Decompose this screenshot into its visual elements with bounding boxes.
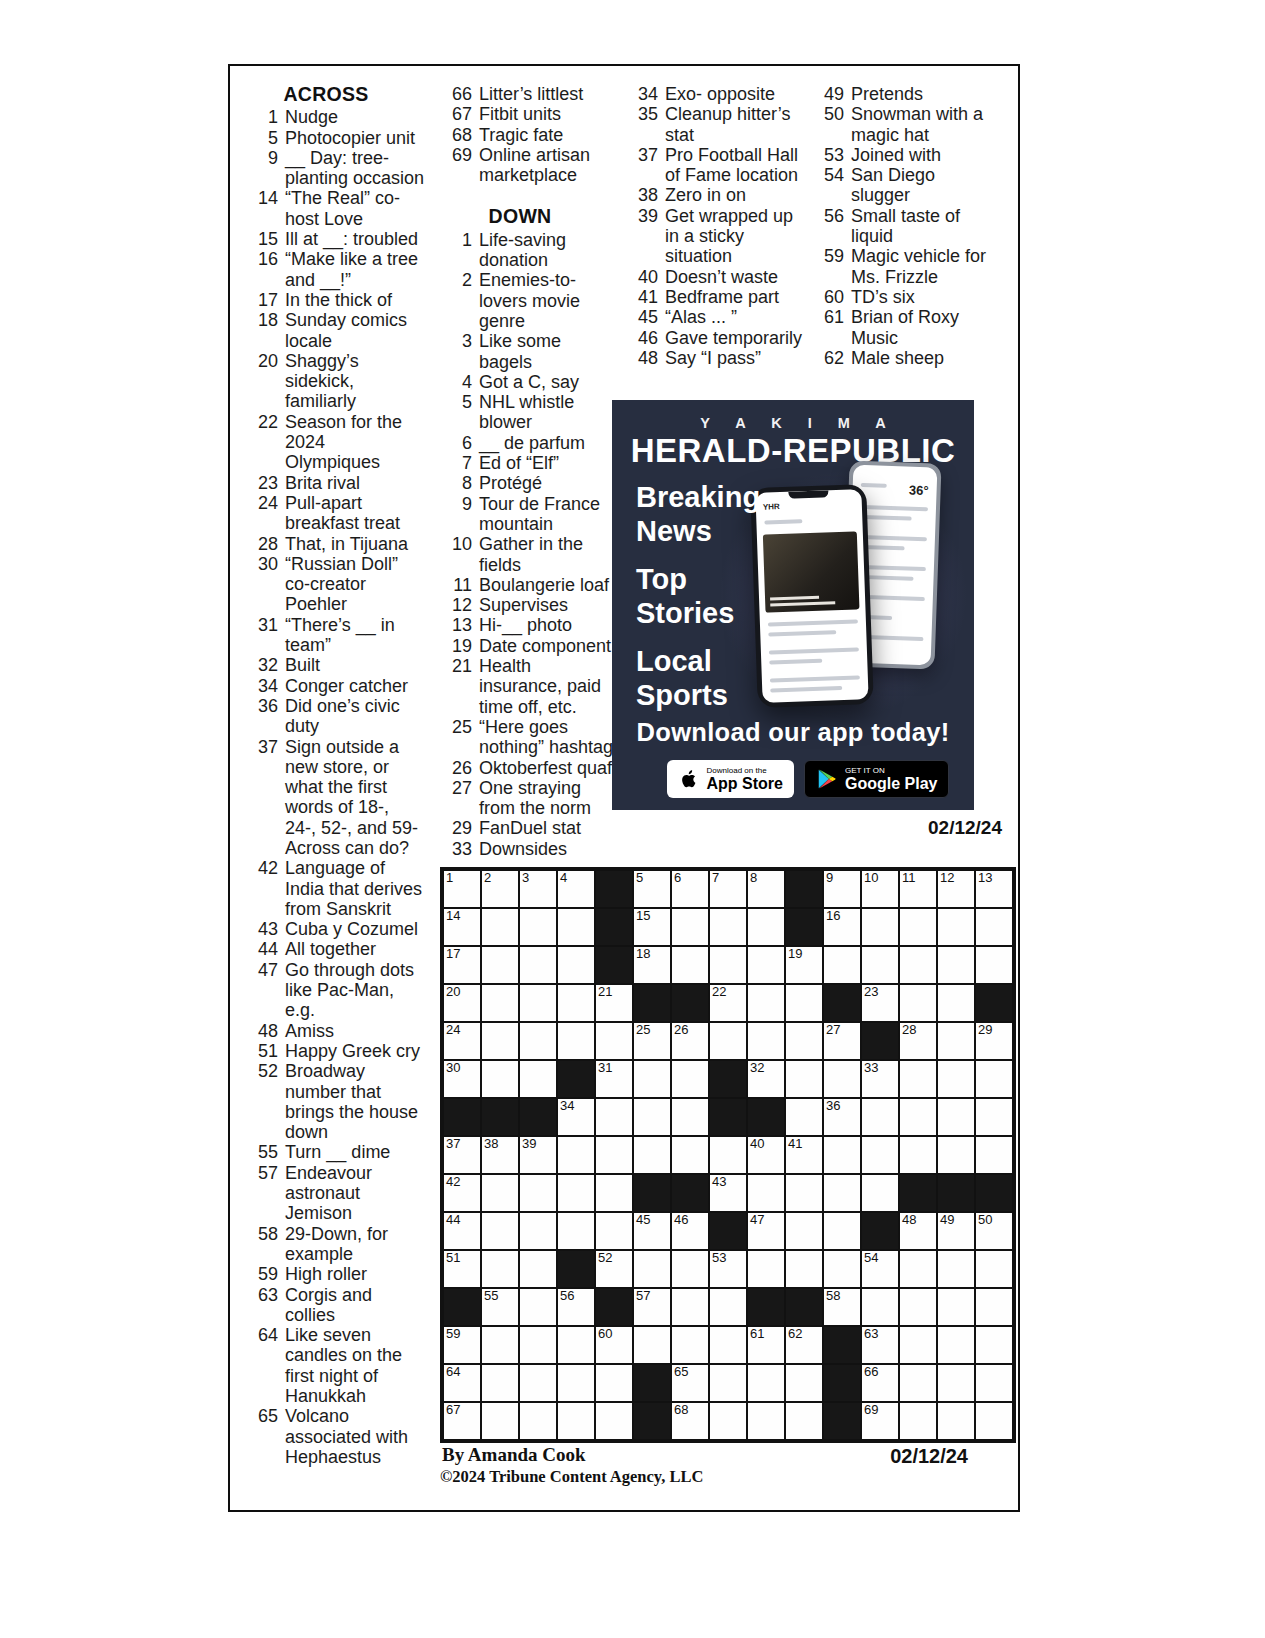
clue-number: 6 [436,433,479,453]
clue-text: Cleanup hitter’s stat [665,104,805,145]
across-clue-52: 52Broadway number that brings the house … [242,1061,426,1142]
cell-2-7[interactable] [671,908,709,946]
clue-text: Say “I pass” [665,348,805,368]
cell-1-8[interactable]: 7 [709,870,747,908]
across-clue-65: 65Volcano associated with Hephaestus [242,1406,426,1467]
down-clue-7: 7Ed of “Elf” [436,453,620,473]
down-clue-41: 41Bedframe part [622,287,806,307]
cell-15-13[interactable] [899,1402,937,1440]
cell-4-10[interactable] [785,984,823,1022]
cell-1-14[interactable]: 12 [937,870,975,908]
cell-9-9[interactable] [747,1174,785,1212]
black-cell-12-10 [785,1288,823,1326]
cell-4-9[interactable] [747,984,785,1022]
cell-2-15[interactable] [975,908,1013,946]
down-clue-34: 34Exo- opposite [622,84,806,104]
cell-2-1[interactable]: 14 [443,908,481,946]
cell-14-4[interactable] [557,1364,595,1402]
cell-5-4[interactable] [557,1022,595,1060]
cell-12-12[interactable] [861,1288,899,1326]
clue-text: “Alas ... ” [665,307,805,327]
cell-1-2[interactable]: 2 [481,870,519,908]
clue-text: Tragic fate [479,125,619,145]
cell-11-9[interactable] [747,1250,785,1288]
cell-6-15[interactable] [975,1060,1013,1098]
cell-14-12[interactable]: 66 [861,1364,899,1402]
cell-11-15[interactable] [975,1250,1013,1288]
cell-1-3[interactable]: 3 [519,870,557,908]
cell-1-9[interactable]: 8 [747,870,785,908]
clue-number: 45 [622,307,665,327]
across-clue-14: 14“The Real” co-host Love [242,188,426,229]
down-clue-25: 25“Here goes nothing” hashtag [436,717,620,758]
cell-4-2[interactable] [481,984,519,1022]
clue-text: Language of India that derives from Sans… [285,858,425,919]
cell-6-6[interactable] [633,1060,671,1098]
cell-3-13[interactable] [899,946,937,984]
cell-3-3[interactable] [519,946,557,984]
cell-8-14[interactable] [937,1136,975,1174]
cell-2-4[interactable] [557,908,595,946]
cell-14-7[interactable]: 65 [671,1364,709,1402]
clue-text: San Diego slugger [851,165,991,206]
down-header: DOWN [440,206,600,226]
cell-5-8[interactable] [709,1022,747,1060]
cell-15-5[interactable] [595,1402,633,1440]
clue-number: 1 [436,230,479,250]
cell-8-3[interactable]: 39 [519,1136,557,1174]
clue-column-2: 66Litter’s littlest67Fitbit units68Tragi… [436,84,620,859]
cell-2-9[interactable] [747,908,785,946]
cell-number-61: 61 [750,1327,764,1341]
cell-3-7[interactable] [671,946,709,984]
google-play-badge[interactable]: GET IT ON Google Play [804,760,949,798]
clue-text: Life-saving donation [479,230,619,271]
cell-5-3[interactable] [519,1022,557,1060]
clue-text: All together [285,939,425,959]
cell-number-48: 48 [902,1213,916,1227]
cell-8-5[interactable] [595,1136,633,1174]
cell-number-24: 24 [446,1023,460,1037]
across-clue-44: 44All together [242,939,426,959]
cell-6-9[interactable]: 32 [747,1060,785,1098]
cell-15-3[interactable] [519,1402,557,1440]
cell-number-56: 56 [560,1289,574,1303]
cell-13-1[interactable]: 59 [443,1326,481,1364]
cell-number-33: 33 [864,1061,878,1075]
across-clue-31: 31“There’s __ in team” [242,615,426,656]
cell-4-3[interactable] [519,984,557,1022]
cell-7-11[interactable]: 36 [823,1098,861,1136]
cell-12-8[interactable] [709,1288,747,1326]
clue-text: Corgis and collies [285,1285,425,1326]
cell-13-15[interactable] [975,1326,1013,1364]
cell-10-6[interactable]: 45 [633,1212,671,1250]
cell-15-2[interactable] [481,1402,519,1440]
cell-12-14[interactable] [937,1288,975,1326]
black-cell-4-7 [671,984,709,1022]
cell-13-3[interactable] [519,1326,557,1364]
clue-text: “Make like a tree and __!” [285,249,425,290]
clue-text: 29-Down, for example [285,1224,425,1265]
cell-6-10[interactable] [785,1060,823,1098]
cell-13-12[interactable]: 63 [861,1326,899,1364]
cell-8-4[interactable] [557,1136,595,1174]
clue-number: 69 [436,145,479,165]
cell-number-51: 51 [446,1251,460,1265]
clue-number: 9 [436,494,479,514]
cell-4-8[interactable]: 22 [709,984,747,1022]
clue-number: 35 [622,104,665,124]
cell-5-1[interactable]: 24 [443,1022,481,1060]
cell-10-15[interactable]: 50 [975,1212,1013,1250]
down-clue-48: 48Say “I pass” [622,348,806,368]
clue-number: 29 [436,818,479,838]
cell-11-8[interactable]: 53 [709,1250,747,1288]
down-clue-38: 38Zero in on [622,185,806,205]
cell-7-4[interactable]: 34 [557,1098,595,1136]
puzzle-date-top: 02/12/24 [928,817,1002,839]
clue-text: Got a C, say [479,372,619,392]
cell-1-11[interactable]: 9 [823,870,861,908]
cell-12-11[interactable]: 58 [823,1288,861,1326]
cell-11-13[interactable] [899,1250,937,1288]
cell-number-69: 69 [864,1403,878,1417]
cell-5-2[interactable] [481,1022,519,1060]
down-clue-59: 59Magic vehicle for Ms. Frizzle [808,246,992,287]
cell-15-8[interactable] [709,1402,747,1440]
cell-9-12[interactable] [861,1174,899,1212]
cell-15-7[interactable]: 68 [671,1402,709,1440]
cell-9-8[interactable]: 43 [709,1174,747,1212]
cell-8-2[interactable]: 38 [481,1136,519,1174]
cell-7-10[interactable] [785,1098,823,1136]
cell-9-1[interactable]: 42 [443,1174,481,1212]
cell-14-5[interactable] [595,1364,633,1402]
cell-15-12[interactable]: 69 [861,1402,899,1440]
clue-number: 66 [436,84,479,104]
cell-13-2[interactable] [481,1326,519,1364]
cell-6-5[interactable]: 31 [595,1060,633,1098]
cell-15-14[interactable] [937,1402,975,1440]
cell-10-3[interactable] [519,1212,557,1250]
down-clue-49: 49Pretends [808,84,992,104]
cell-7-14[interactable] [937,1098,975,1136]
clue-number: 68 [436,125,479,145]
cell-2-11[interactable]: 16 [823,908,861,946]
cell-12-15[interactable] [975,1288,1013,1326]
across-clue-16: 16“Make like a tree and __!” [242,249,426,290]
clue-number: 44 [242,939,285,959]
cell-2-8[interactable] [709,908,747,946]
cell-15-10[interactable] [785,1402,823,1440]
clue-number: 5 [436,392,479,412]
cell-5-15[interactable]: 29 [975,1022,1013,1060]
cell-4-4[interactable] [557,984,595,1022]
clue-number: 54 [808,165,851,185]
cell-9-4[interactable] [557,1174,595,1212]
clue-text: Boulangerie loaf [479,575,619,595]
cell-11-14[interactable] [937,1250,975,1288]
cell-11-12[interactable]: 54 [861,1250,899,1288]
cell-3-2[interactable] [481,946,519,984]
black-cell-4-6 [633,984,671,1022]
cell-15-4[interactable] [557,1402,595,1440]
cell-14-13[interactable] [899,1364,937,1402]
cell-8-9[interactable]: 40 [747,1136,785,1174]
cell-10-1[interactable]: 44 [443,1212,481,1250]
cell-14-10[interactable] [785,1364,823,1402]
cell-10-7[interactable]: 46 [671,1212,709,1250]
cell-1-13[interactable]: 11 [899,870,937,908]
cell-3-14[interactable] [937,946,975,984]
cell-11-10[interactable] [785,1250,823,1288]
clue-number: 61 [808,307,851,327]
cell-14-15[interactable] [975,1364,1013,1402]
cell-12-13[interactable] [899,1288,937,1326]
cell-9-2[interactable] [481,1174,519,1212]
cell-12-6[interactable]: 57 [633,1288,671,1326]
cell-11-3[interactable] [519,1250,557,1288]
across-clue-59: 59High roller [242,1264,426,1284]
cell-15-9[interactable] [747,1402,785,1440]
cell-5-14[interactable] [937,1022,975,1060]
cell-5-13[interactable]: 28 [899,1022,937,1060]
cell-number-30: 30 [446,1061,460,1075]
cell-13-9[interactable]: 61 [747,1326,785,1364]
cell-10-2[interactable] [481,1212,519,1250]
clue-text: Cuba y Cozumel [285,919,425,939]
cell-1-7[interactable]: 6 [671,870,709,908]
black-cell-12-1 [443,1288,481,1326]
cell-8-8[interactable] [709,1136,747,1174]
clue-number: 34 [622,84,665,104]
cell-number-49: 49 [940,1213,954,1227]
cell-4-12[interactable]: 23 [861,984,899,1022]
cell-6-13[interactable] [899,1060,937,1098]
cell-9-11[interactable] [823,1174,861,1212]
cell-7-7[interactable] [671,1098,709,1136]
cell-1-12[interactable]: 10 [861,870,899,908]
cell-13-4[interactable] [557,1326,595,1364]
cell-4-13[interactable] [899,984,937,1022]
cell-number-39: 39 [522,1137,536,1151]
cell-8-13[interactable] [899,1136,937,1174]
clue-number: 43 [242,919,285,939]
cell-6-12[interactable]: 33 [861,1060,899,1098]
cell-12-3[interactable] [519,1288,557,1326]
cell-10-5[interactable] [595,1212,633,1250]
cell-14-3[interactable] [519,1364,557,1402]
cell-2-2[interactable] [481,908,519,946]
clue-text: Happy Greek cry [285,1041,425,1061]
cell-number-25: 25 [636,1023,650,1037]
clue-text: Amiss [285,1021,425,1041]
cell-7-13[interactable] [899,1098,937,1136]
down-clue-39: 39Get wrapped up in a sticky situation [622,206,806,267]
cell-2-12[interactable] [861,908,899,946]
crossword-page: ACROSS 1Nudge5Photocopier unit9__ Day: t… [228,64,1020,1512]
cell-3-11[interactable] [823,946,861,984]
cell-4-1[interactable]: 20 [443,984,481,1022]
cell-7-5[interactable] [595,1098,633,1136]
cell-number-28: 28 [902,1023,916,1037]
cell-1-1[interactable]: 1 [443,870,481,908]
cell-13-6[interactable] [633,1326,671,1364]
cell-number-65: 65 [674,1365,688,1379]
app-store-badge[interactable]: Download on the App Store [667,760,794,798]
cell-number-38: 38 [484,1137,498,1151]
cell-number-60: 60 [598,1327,612,1341]
clue-text: Built [285,655,425,675]
cell-5-10[interactable] [785,1022,823,1060]
clue-number: 23 [242,473,285,493]
clue-number: 46 [622,328,665,348]
clue-number: 9 [242,148,285,168]
cell-11-2[interactable] [481,1250,519,1288]
clue-number: 59 [242,1264,285,1284]
cell-3-12[interactable] [861,946,899,984]
ad-kicker: Y A K I M A [612,415,974,431]
cell-11-11[interactable] [823,1250,861,1288]
cell-10-10[interactable] [785,1212,823,1250]
cell-2-3[interactable] [519,908,557,946]
clue-text: Gave temporarily [665,328,805,348]
clue-text: Season for the 2024 Olympiques [285,412,425,473]
black-cell-13-11 [823,1326,861,1364]
across-clue-1: 1Nudge [242,107,426,127]
cell-6-3[interactable] [519,1060,557,1098]
cell-8-10[interactable]: 41 [785,1136,823,1174]
cell-8-1[interactable]: 37 [443,1136,481,1174]
cell-1-15[interactable]: 13 [975,870,1013,908]
cell-15-1[interactable]: 67 [443,1402,481,1440]
cell-number-40: 40 [750,1137,764,1151]
cell-5-6[interactable]: 25 [633,1022,671,1060]
cell-5-11[interactable]: 27 [823,1022,861,1060]
cell-3-4[interactable] [557,946,595,984]
clue-number: 59 [808,246,851,266]
cell-7-15[interactable] [975,1098,1013,1136]
apple-icon [678,768,700,790]
cell-7-6[interactable] [633,1098,671,1136]
cell-12-2[interactable]: 55 [481,1288,519,1326]
clue-number: 40 [622,267,665,287]
app-store-badge-small-text: Download on the [707,766,783,775]
cell-3-10[interactable]: 19 [785,946,823,984]
cell-2-6[interactable]: 15 [633,908,671,946]
down-clue-33: 33Downsides [436,839,620,859]
cell-3-8[interactable] [709,946,747,984]
cell-14-9[interactable] [747,1364,785,1402]
across-clue-20: 20Shaggy’s sidekick, familiarly [242,351,426,412]
cell-9-10[interactable] [785,1174,823,1212]
cell-number-46: 46 [674,1213,688,1227]
cell-3-9[interactable] [747,946,785,984]
cell-13-8[interactable] [709,1326,747,1364]
copyright-line: ©2024 Tribune Content Agency, LLC [440,1467,703,1487]
clue-text: Protégé [479,473,619,493]
cell-13-13[interactable] [899,1326,937,1364]
cell-7-12[interactable] [861,1098,899,1136]
clue-text: Broadway number that brings the house do… [285,1061,425,1142]
cell-8-11[interactable] [823,1136,861,1174]
cell-13-14[interactable] [937,1326,975,1364]
cell-2-13[interactable] [899,908,937,946]
clue-text: Nudge [285,107,425,127]
cell-1-4[interactable]: 4 [557,870,595,908]
cell-number-47: 47 [750,1213,764,1227]
cell-9-3[interactable] [519,1174,557,1212]
cell-14-1[interactable]: 64 [443,1364,481,1402]
cell-13-10[interactable]: 62 [785,1326,823,1364]
cell-number-2: 2 [484,871,491,885]
cell-4-14[interactable] [937,984,975,1022]
across-clue-55: 55Turn __ dime [242,1142,426,1162]
cell-6-11[interactable] [823,1060,861,1098]
down-clue-45: 45“Alas ... ” [622,307,806,327]
clue-number: 33 [436,839,479,859]
cell-10-11[interactable] [823,1212,861,1250]
cell-10-4[interactable] [557,1212,595,1250]
cell-number-21: 21 [598,985,612,999]
cell-8-15[interactable] [975,1136,1013,1174]
cell-3-6[interactable]: 18 [633,946,671,984]
cell-6-2[interactable] [481,1060,519,1098]
cell-11-7[interactable] [671,1250,709,1288]
cell-8-12[interactable] [861,1136,899,1174]
cell-15-15[interactable] [975,1402,1013,1440]
cell-12-4[interactable]: 56 [557,1288,595,1326]
clue-number: 55 [242,1142,285,1162]
cell-14-2[interactable] [481,1364,519,1402]
cell-10-13[interactable]: 48 [899,1212,937,1250]
across-clue-48: 48Amiss [242,1021,426,1041]
cell-3-1[interactable]: 17 [443,946,481,984]
cell-13-5[interactable]: 60 [595,1326,633,1364]
cell-number-36: 36 [826,1099,840,1113]
cell-8-7[interactable] [671,1136,709,1174]
cell-11-6[interactable] [633,1250,671,1288]
cell-12-7[interactable] [671,1288,709,1326]
cell-8-6[interactable] [633,1136,671,1174]
black-cell-15-6 [633,1402,671,1440]
cell-4-5[interactable]: 21 [595,984,633,1022]
cell-13-7[interactable] [671,1326,709,1364]
google-play-badge-big-text: Google Play [845,775,937,792]
cell-number-54: 54 [864,1251,878,1265]
cell-2-14[interactable] [937,908,975,946]
cell-14-8[interactable] [709,1364,747,1402]
cell-11-5[interactable]: 52 [595,1250,633,1288]
cell-6-7[interactable] [671,1060,709,1098]
cell-6-1[interactable]: 30 [443,1060,481,1098]
cell-14-14[interactable] [937,1364,975,1402]
cell-11-1[interactable]: 51 [443,1250,481,1288]
cell-5-7[interactable]: 26 [671,1022,709,1060]
cell-3-15[interactable] [975,946,1013,984]
cell-6-14[interactable] [937,1060,975,1098]
down-clue-26: 26Oktoberfest quaff [436,758,620,778]
cell-5-9[interactable] [747,1022,785,1060]
cell-5-5[interactable] [595,1022,633,1060]
cell-10-9[interactable]: 47 [747,1212,785,1250]
cell-10-14[interactable]: 49 [937,1212,975,1250]
cell-1-6[interactable]: 5 [633,870,671,908]
cell-9-5[interactable] [595,1174,633,1212]
clue-number: 60 [808,287,851,307]
clue-number: 63 [242,1285,285,1305]
